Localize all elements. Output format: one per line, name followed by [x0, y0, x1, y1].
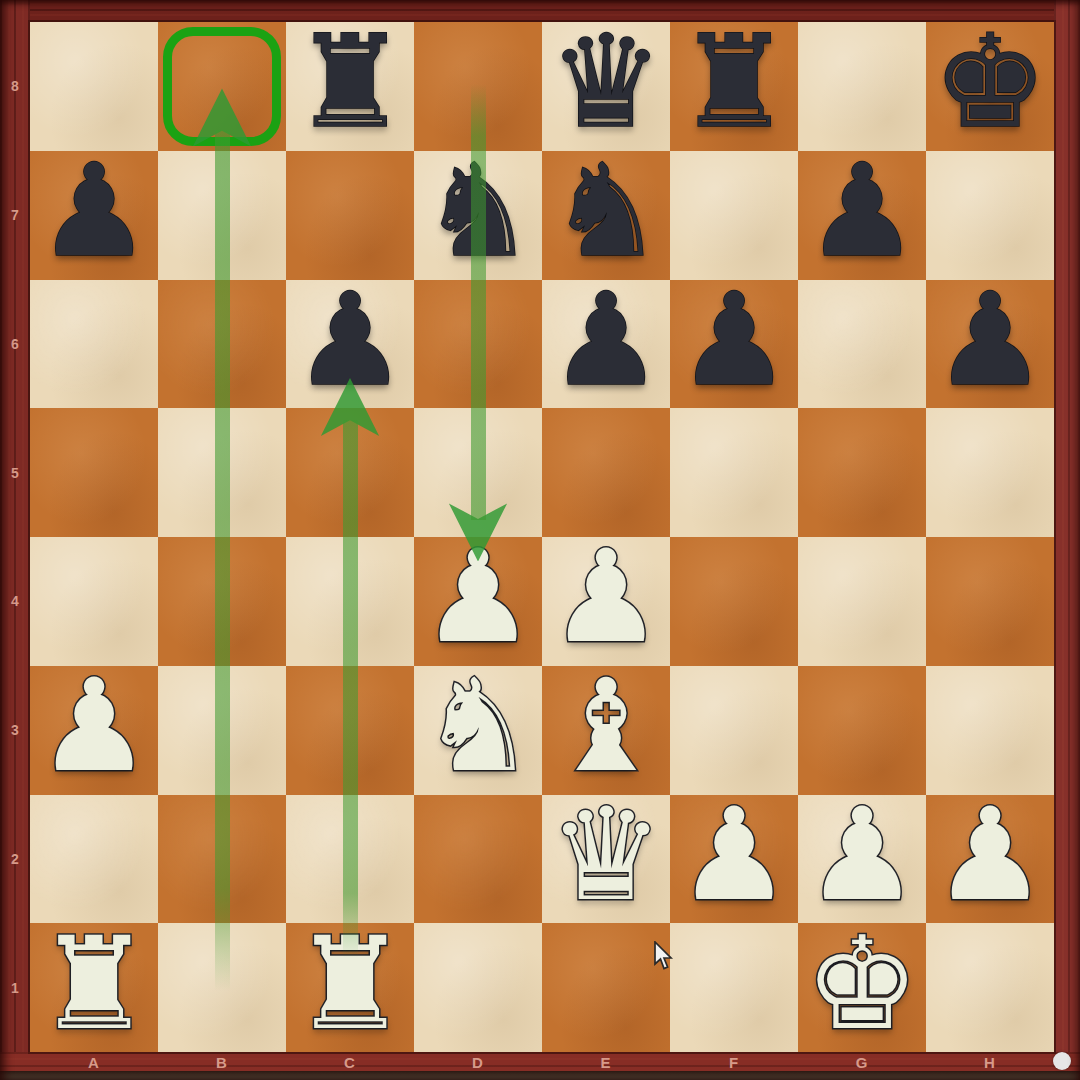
file-label-g: G: [798, 1054, 926, 1071]
black-rook[interactable]: ♜: [293, 18, 408, 146]
square-g3[interactable]: [798, 666, 926, 795]
square-h1[interactable]: [926, 923, 1054, 1052]
square-f3[interactable]: [670, 666, 798, 795]
white-pawn[interactable]: ♟: [805, 791, 920, 919]
black-pawn[interactable]: ♟: [805, 147, 920, 275]
chess-board[interactable]: ♜♛♜♚♟♞♞♟♟♟♟♟♟♟♟♞♝♛♟♟♟♜♜♚: [30, 22, 1054, 1052]
board-frame-top: [0, 0, 1080, 22]
white-knight[interactable]: ♞: [421, 662, 536, 790]
square-e8[interactable]: ♛: [542, 22, 670, 151]
rank-label-5: 5: [0, 465, 30, 481]
file-label-e: E: [542, 1054, 670, 1071]
square-h5[interactable]: [926, 408, 1054, 537]
square-b4[interactable]: [158, 537, 286, 666]
rank-label-2: 2: [0, 851, 30, 867]
black-pawn[interactable]: ♟: [677, 276, 792, 404]
square-h2[interactable]: ♟: [926, 795, 1054, 924]
white-queen[interactable]: ♛: [549, 791, 664, 919]
square-g5[interactable]: [798, 408, 926, 537]
black-king[interactable]: ♚: [933, 18, 1048, 146]
square-h8[interactable]: ♚: [926, 22, 1054, 151]
square-d2[interactable]: [414, 795, 542, 924]
square-e6[interactable]: ♟: [542, 280, 670, 409]
black-rook[interactable]: ♜: [677, 18, 792, 146]
square-h6[interactable]: ♟: [926, 280, 1054, 409]
square-a3[interactable]: ♟: [30, 666, 158, 795]
rank-labels: 87654321: [0, 22, 30, 1052]
file-label-f: F: [670, 1054, 798, 1071]
square-c5[interactable]: [286, 408, 414, 537]
square-e2[interactable]: ♛: [542, 795, 670, 924]
rank-label-4: 4: [0, 593, 30, 609]
square-g8[interactable]: [798, 22, 926, 151]
white-bishop[interactable]: ♝: [549, 662, 664, 790]
white-pawn[interactable]: ♟: [421, 533, 536, 661]
square-a2[interactable]: [30, 795, 158, 924]
square-e1[interactable]: [542, 923, 670, 1052]
square-d1[interactable]: [414, 923, 542, 1052]
black-pawn[interactable]: ♟: [549, 276, 664, 404]
square-h3[interactable]: [926, 666, 1054, 795]
square-c8[interactable]: ♜: [286, 22, 414, 151]
rank-label-1: 1: [0, 980, 30, 996]
square-e7[interactable]: ♞: [542, 151, 670, 280]
square-b8[interactable]: [158, 22, 286, 151]
white-pawn[interactable]: ♟: [933, 791, 1048, 919]
square-b6[interactable]: [158, 280, 286, 409]
black-pawn[interactable]: ♟: [933, 276, 1048, 404]
square-f5[interactable]: [670, 408, 798, 537]
file-label-a: A: [30, 1054, 158, 1071]
square-c2[interactable]: [286, 795, 414, 924]
square-b7[interactable]: [158, 151, 286, 280]
square-f7[interactable]: [670, 151, 798, 280]
white-king[interactable]: ♚: [805, 920, 920, 1048]
square-a8[interactable]: [30, 22, 158, 151]
white-rook[interactable]: ♜: [37, 920, 152, 1048]
rank-label-3: 3: [0, 722, 30, 738]
square-a7[interactable]: ♟: [30, 151, 158, 280]
white-rook[interactable]: ♜: [293, 920, 408, 1048]
square-f8[interactable]: ♜: [670, 22, 798, 151]
white-pawn[interactable]: ♟: [37, 662, 152, 790]
file-label-b: B: [158, 1054, 286, 1071]
square-f1[interactable]: [670, 923, 798, 1052]
file-labels: ABCDEFGH: [30, 1052, 1054, 1072]
black-pawn[interactable]: ♟: [37, 147, 152, 275]
square-h4[interactable]: [926, 537, 1054, 666]
rank-label-7: 7: [0, 207, 30, 223]
square-f6[interactable]: ♟: [670, 280, 798, 409]
black-pawn[interactable]: ♟: [293, 276, 408, 404]
square-d8[interactable]: [414, 22, 542, 151]
black-knight[interactable]: ♞: [549, 147, 664, 275]
square-g7[interactable]: ♟: [798, 151, 926, 280]
square-a6[interactable]: [30, 280, 158, 409]
board-frame-bottom-edge: [0, 1071, 1080, 1080]
square-g4[interactable]: [798, 537, 926, 666]
square-h7[interactable]: [926, 151, 1054, 280]
square-c7[interactable]: [286, 151, 414, 280]
square-d7[interactable]: ♞: [414, 151, 542, 280]
square-g1[interactable]: ♚: [798, 923, 926, 1052]
square-d5[interactable]: [414, 408, 542, 537]
square-f4[interactable]: [670, 537, 798, 666]
white-pawn[interactable]: ♟: [549, 533, 664, 661]
black-knight[interactable]: ♞: [421, 147, 536, 275]
square-c3[interactable]: [286, 666, 414, 795]
square-g6[interactable]: [798, 280, 926, 409]
square-a5[interactable]: [30, 408, 158, 537]
rank-label-8: 8: [0, 78, 30, 94]
square-b3[interactable]: [158, 666, 286, 795]
square-b5[interactable]: [158, 408, 286, 537]
square-e4[interactable]: ♟: [542, 537, 670, 666]
square-b2[interactable]: [158, 795, 286, 924]
file-label-h: H: [926, 1054, 1054, 1071]
square-f2[interactable]: ♟: [670, 795, 798, 924]
square-a1[interactable]: ♜: [30, 923, 158, 1052]
square-c1[interactable]: ♜: [286, 923, 414, 1052]
chessboard-app: ♜♛♜♚♟♞♞♟♟♟♟♟♟♟♟♞♝♛♟♟♟♜♜♚ 87654321 ABCDEF…: [0, 0, 1080, 1080]
black-queen[interactable]: ♛: [549, 18, 664, 146]
square-e3[interactable]: ♝: [542, 666, 670, 795]
square-d3[interactable]: ♞: [414, 666, 542, 795]
square-c6[interactable]: ♟: [286, 280, 414, 409]
square-b1[interactable]: [158, 923, 286, 1052]
white-pawn[interactable]: ♟: [677, 791, 792, 919]
square-c4[interactable]: [286, 537, 414, 666]
square-d6[interactable]: [414, 280, 542, 409]
square-d4[interactable]: ♟: [414, 537, 542, 666]
square-e5[interactable]: [542, 408, 670, 537]
rank-label-6: 6: [0, 336, 30, 352]
board-frame-right: [1054, 0, 1080, 1080]
corner-dot: [1053, 1052, 1071, 1070]
square-a4[interactable]: [30, 537, 158, 666]
square-g2[interactable]: ♟: [798, 795, 926, 924]
file-label-c: C: [286, 1054, 414, 1071]
file-label-d: D: [414, 1054, 542, 1071]
